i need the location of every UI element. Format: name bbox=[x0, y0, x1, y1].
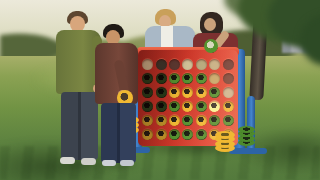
boy-maroon-shoe bbox=[120, 160, 134, 166]
boy-olive-pants bbox=[61, 92, 98, 160]
girl-held-green-disc bbox=[204, 39, 218, 53]
spare-green-stack-right bbox=[238, 122, 255, 146]
spare-green-disc bbox=[238, 126, 255, 133]
girl-face bbox=[204, 18, 216, 31]
boy-olive-shoe bbox=[60, 157, 75, 164]
park-scene bbox=[0, 0, 320, 180]
spare-yellow-disc bbox=[215, 131, 235, 139]
boy-maroon-pants bbox=[101, 103, 136, 163]
boy-maroon-shoe bbox=[102, 160, 116, 166]
boy-olive-shoe bbox=[81, 158, 96, 165]
spare-yellow-stack-right bbox=[215, 128, 235, 152]
